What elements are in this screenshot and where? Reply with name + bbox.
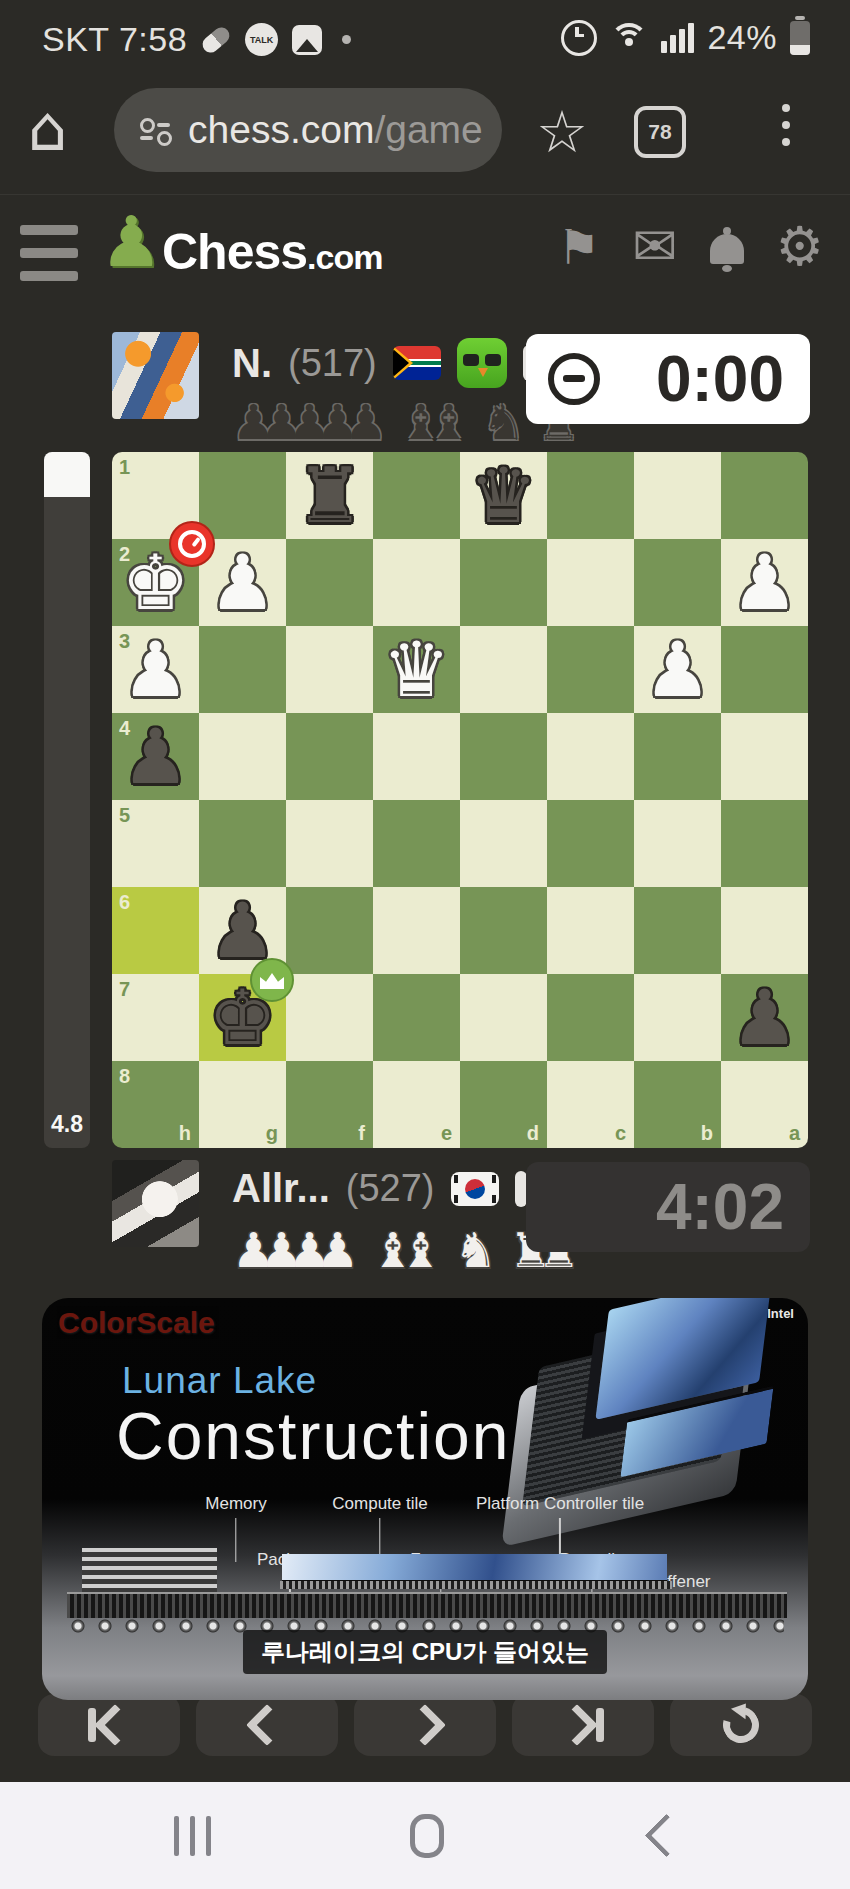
connection-bar: [515, 1171, 527, 1207]
bookmark-star-icon[interactable]: ☆: [536, 98, 588, 166]
white-queen-e3[interactable]: ♛: [373, 626, 460, 713]
white-pawn-h3[interactable]: ♟: [112, 626, 199, 713]
evaluation-bar: 4.8: [44, 452, 90, 1148]
recents-button[interactable]: [150, 1782, 234, 1889]
notification-dot-icon: [342, 35, 351, 44]
square-a6[interactable]: [721, 887, 808, 974]
player-bottom-clock-time: 4:02: [656, 1170, 784, 1244]
square-e8[interactable]: e: [373, 1061, 460, 1148]
memory-stack-graphic: [82, 1548, 217, 1594]
package-substrate-graphic: [67, 1592, 787, 1618]
square-e2[interactable]: [373, 539, 460, 626]
player-bottom: Allr... (527) ♟♟♟♟♝♝♞♜♜ 4:02: [112, 1160, 812, 1278]
url-host: chess.com: [188, 108, 374, 151]
square-d2[interactable]: [460, 539, 547, 626]
player-top-clock-time: 0:00: [656, 342, 784, 416]
square-f1[interactable]: ♜: [286, 452, 373, 539]
kakaotalk-icon: TALK: [245, 23, 278, 56]
status-bar: SKT 7:58 TALK 24%: [0, 0, 850, 78]
captured-piece-group: ♝♝: [399, 394, 470, 450]
square-c8[interactable]: c: [547, 1061, 634, 1148]
challenge-flag-icon[interactable]: ⚑: [557, 219, 600, 275]
file-label-h: h: [179, 1122, 191, 1145]
square-b1[interactable]: [634, 452, 721, 539]
square-a5[interactable]: [721, 800, 808, 887]
file-label-a: a: [789, 1122, 800, 1145]
square-e1[interactable]: [373, 452, 460, 539]
square-c7[interactable]: [547, 974, 634, 1061]
browser-menu-icon[interactable]: [782, 104, 790, 146]
file-label-b: b: [701, 1122, 713, 1145]
ad-watermark: ColorScale: [58, 1306, 215, 1340]
rank-label-8: 8: [119, 1065, 130, 1088]
square-c6[interactable]: [547, 887, 634, 974]
square-g5[interactable]: [199, 800, 286, 887]
pill-notification-icon: [200, 24, 233, 56]
evaluation-score: 4.8: [44, 1111, 90, 1138]
last-move-button[interactable]: [512, 1694, 654, 1756]
square-a2[interactable]: ♟: [721, 539, 808, 626]
hamburger-menu-icon[interactable]: [20, 225, 78, 294]
square-f8[interactable]: f: [286, 1061, 373, 1148]
south-korea-flag-icon: [451, 1172, 499, 1206]
file-label-e: e: [441, 1122, 452, 1145]
square-g1[interactable]: [199, 452, 286, 539]
game-navigation: [0, 1694, 850, 1756]
chesscom-pawn-logo-icon[interactable]: ♟: [100, 201, 163, 283]
rank-label-1: 1: [119, 456, 130, 479]
file-label-g: g: [266, 1122, 278, 1145]
carrier-and-time: SKT 7:58: [42, 20, 187, 59]
square-b7[interactable]: [634, 974, 721, 1061]
square-f7[interactable]: [286, 974, 373, 1061]
captured-piece-group: ♟♟♟♟: [232, 1222, 359, 1278]
square-f3[interactable]: [286, 626, 373, 713]
chess-board[interactable]: 1♜♛2♚♟♟3♟♛♟4♟56♟7♚♟8hgfedcba: [112, 452, 808, 1148]
url-path: /game: [374, 108, 482, 151]
previous-move-button[interactable]: [196, 1694, 338, 1756]
square-g3[interactable]: [199, 626, 286, 713]
black-pawn-h4[interactable]: ♟: [112, 713, 199, 800]
square-e3[interactable]: ♛: [373, 626, 460, 713]
rank-label-7: 7: [119, 978, 130, 1001]
ad-subtitle: 루나레이크의 CPU가 들어있는: [243, 1630, 607, 1674]
square-h5[interactable]: 5: [112, 800, 199, 887]
android-nav-bar: [0, 1782, 850, 1889]
settings-gear-icon[interactable]: ⚙: [776, 215, 824, 278]
square-h6[interactable]: 6: [112, 887, 199, 974]
square-d7[interactable]: [460, 974, 547, 1061]
player-bottom-name[interactable]: Allr...: [232, 1166, 330, 1211]
chesscom-logo[interactable]: Chess.com: [162, 223, 382, 281]
chesscom-header: ♟ Chess.com ⚑ ✉ ⚙: [0, 194, 850, 317]
battery-icon: [790, 21, 810, 55]
square-d3[interactable]: [460, 626, 547, 713]
timeout-badge-icon: [169, 521, 215, 567]
player-bottom-avatar[interactable]: [112, 1160, 199, 1247]
square-f2[interactable]: [286, 539, 373, 626]
square-a7[interactable]: ♟: [721, 974, 808, 1061]
address-bar[interactable]: chess.com/game: [114, 88, 502, 172]
rank-label-5: 5: [119, 804, 130, 827]
black-queen-d1[interactable]: ♛: [460, 452, 547, 539]
square-d8[interactable]: d: [460, 1061, 547, 1148]
timeout-minus-icon: [548, 353, 600, 405]
square-d6[interactable]: [460, 887, 547, 974]
next-move-button[interactable]: [354, 1694, 496, 1756]
player-bottom-rating: (527): [346, 1167, 435, 1210]
square-d1[interactable]: ♛: [460, 452, 547, 539]
square-b2[interactable]: [634, 539, 721, 626]
browser-toolbar: ⌂ chess.com/game ☆ 78: [0, 78, 850, 194]
black-pawn-a7[interactable]: ♟: [721, 974, 808, 1061]
square-c3[interactable]: [547, 626, 634, 713]
captured-piece-group: ♟♟♟♟♟: [232, 394, 387, 450]
square-f6[interactable]: [286, 887, 373, 974]
back-button[interactable]: [624, 1782, 708, 1889]
player-top: N. (517) ♟♟♟♟♟♝♝♞♜ 0:00: [112, 332, 812, 450]
square-d4[interactable]: [460, 713, 547, 800]
white-pawn-b3[interactable]: ♟: [634, 626, 721, 713]
ad-title-line2: Construction: [116, 1398, 511, 1474]
square-a1[interactable]: [721, 452, 808, 539]
player-bottom-clock: 4:02: [526, 1162, 810, 1252]
wifi-icon: [610, 23, 648, 53]
battery-percent: 24%: [707, 18, 777, 57]
square-b4[interactable]: [634, 713, 721, 800]
square-d5[interactable]: [460, 800, 547, 887]
white-pawn-a2[interactable]: ♟: [721, 539, 808, 626]
winner-badge-icon: [250, 958, 294, 1002]
site-settings-icon[interactable]: [140, 118, 170, 142]
square-c2[interactable]: [547, 539, 634, 626]
player-top-rating: (517): [288, 342, 377, 385]
micro-bumps-graphic: [280, 1581, 672, 1589]
tab-count: 78: [648, 120, 671, 144]
square-h8[interactable]: 8h: [112, 1061, 199, 1148]
file-label-f: f: [358, 1122, 365, 1145]
square-a8[interactable]: a: [721, 1061, 808, 1148]
square-f5[interactable]: [286, 800, 373, 887]
square-e7[interactable]: [373, 974, 460, 1061]
signal-icon: [661, 23, 694, 53]
south-africa-flag-icon: [393, 346, 441, 380]
captured-piece-group: ♝♝: [371, 1222, 442, 1278]
player-top-emoji-badge: [457, 338, 507, 388]
square-c5[interactable]: [547, 800, 634, 887]
compute-dies-graphic: [282, 1554, 667, 1583]
player-top-avatar[interactable]: [112, 332, 199, 419]
file-label-d: d: [527, 1122, 539, 1145]
square-h3[interactable]: 3♟: [112, 626, 199, 713]
square-e6[interactable]: [373, 887, 460, 974]
player-top-name[interactable]: N.: [232, 341, 272, 386]
square-f4[interactable]: [286, 713, 373, 800]
square-g8[interactable]: g: [199, 1061, 286, 1148]
refresh-button[interactable]: [670, 1694, 812, 1756]
square-b5[interactable]: [634, 800, 721, 887]
notifications-bell-icon[interactable]: [710, 234, 744, 264]
square-c1[interactable]: [547, 452, 634, 539]
file-label-c: c: [615, 1122, 626, 1145]
square-a3[interactable]: [721, 626, 808, 713]
black-rook-f1[interactable]: ♜: [286, 452, 373, 539]
player-top-clock: 0:00: [526, 334, 810, 424]
tab-counter[interactable]: 78: [634, 106, 686, 158]
video-ad[interactable]: ColorScale Source: Intel Lunar Lake Cons…: [42, 1298, 808, 1700]
captured-piece-group: ♞: [482, 394, 525, 450]
rank-label-6: 6: [119, 891, 130, 914]
square-e4[interactable]: [373, 713, 460, 800]
square-b3[interactable]: ♟: [634, 626, 721, 713]
square-g7[interactable]: ♚: [199, 974, 286, 1061]
ad-title-line1: Lunar Lake: [122, 1360, 317, 1402]
home-button[interactable]: [385, 1782, 469, 1889]
evaluation-white-segment: [44, 452, 90, 497]
square-h4[interactable]: 4♟: [112, 713, 199, 800]
square-b8[interactable]: b: [634, 1061, 721, 1148]
alarm-icon: [561, 20, 597, 56]
screenshot-notification-icon: [292, 25, 322, 55]
captured-piece-group: ♞: [454, 1222, 497, 1278]
square-h7[interactable]: 7: [112, 974, 199, 1061]
square-g4[interactable]: [199, 713, 286, 800]
square-c4[interactable]: [547, 713, 634, 800]
square-h2[interactable]: 2♚: [112, 539, 199, 626]
messages-envelope-icon[interactable]: ✉: [632, 215, 677, 278]
square-a4[interactable]: [721, 713, 808, 800]
square-e5[interactable]: [373, 800, 460, 887]
square-b6[interactable]: [634, 887, 721, 974]
browser-home-icon[interactable]: ⌂: [28, 92, 67, 165]
first-move-button[interactable]: [38, 1694, 180, 1756]
